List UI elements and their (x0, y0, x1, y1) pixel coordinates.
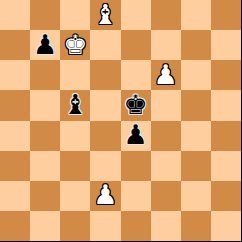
square-h6[interactable] (211, 60, 241, 90)
square-f8[interactable] (151, 0, 181, 30)
chess-diagram: ♝♟♚♟♝♚♟♟ (0, 0, 242, 242)
square-c8[interactable] (60, 0, 90, 30)
square-c4[interactable] (60, 121, 90, 151)
square-d1[interactable] (90, 211, 120, 241)
square-d7[interactable] (90, 30, 120, 60)
square-e5[interactable]: ♚ (121, 90, 151, 120)
square-e4[interactable]: ♟ (121, 121, 151, 151)
square-d8[interactable]: ♝ (90, 0, 120, 30)
square-d2[interactable]: ♟ (90, 181, 120, 211)
square-g1[interactable] (181, 211, 211, 241)
square-f5[interactable] (151, 90, 181, 120)
square-g5[interactable] (181, 90, 211, 120)
square-f1[interactable] (151, 211, 181, 241)
square-d3[interactable] (90, 151, 120, 181)
square-h5[interactable] (211, 90, 241, 120)
chess-board: ♝♟♚♟♝♚♟♟ (0, 0, 242, 242)
square-g2[interactable] (181, 181, 211, 211)
square-b6[interactable] (30, 60, 60, 90)
white-king[interactable]: ♚ (63, 31, 87, 58)
square-c6[interactable] (60, 60, 90, 90)
square-e2[interactable] (121, 181, 151, 211)
square-h2[interactable] (211, 181, 241, 211)
square-b5[interactable] (30, 90, 60, 120)
square-f3[interactable] (151, 151, 181, 181)
square-b1[interactable] (30, 211, 60, 241)
square-a8[interactable] (0, 0, 30, 30)
square-d6[interactable] (90, 60, 120, 90)
square-h1[interactable] (211, 211, 241, 241)
square-a4[interactable] (0, 121, 30, 151)
square-a7[interactable] (0, 30, 30, 60)
square-g4[interactable] (181, 121, 211, 151)
square-g7[interactable] (181, 30, 211, 60)
square-b8[interactable] (30, 0, 60, 30)
square-e8[interactable] (121, 0, 151, 30)
square-h4[interactable] (211, 121, 241, 151)
square-b4[interactable] (30, 121, 60, 151)
square-b3[interactable] (30, 151, 60, 181)
square-d5[interactable] (90, 90, 120, 120)
square-c5[interactable]: ♝ (60, 90, 90, 120)
white-pawn[interactable]: ♟ (154, 61, 178, 88)
square-a3[interactable] (0, 151, 30, 181)
square-f2[interactable] (151, 181, 181, 211)
square-h8[interactable] (211, 0, 241, 30)
square-g8[interactable] (181, 0, 211, 30)
square-a1[interactable] (0, 211, 30, 241)
square-a2[interactable] (0, 181, 30, 211)
square-h7[interactable] (211, 30, 241, 60)
black-bishop[interactable]: ♝ (63, 91, 87, 118)
white-pawn[interactable]: ♟ (93, 181, 117, 208)
square-b2[interactable] (30, 181, 60, 211)
square-f4[interactable] (151, 121, 181, 151)
square-e6[interactable] (121, 60, 151, 90)
black-pawn[interactable]: ♟ (123, 121, 147, 148)
black-king[interactable]: ♚ (123, 91, 147, 118)
square-g3[interactable] (181, 151, 211, 181)
square-c1[interactable] (60, 211, 90, 241)
square-f6[interactable]: ♟ (151, 60, 181, 90)
square-c3[interactable] (60, 151, 90, 181)
square-e7[interactable] (121, 30, 151, 60)
square-c2[interactable] (60, 181, 90, 211)
square-c7[interactable]: ♚ (60, 30, 90, 60)
square-d4[interactable] (90, 121, 120, 151)
square-h3[interactable] (211, 151, 241, 181)
black-pawn[interactable]: ♟ (33, 31, 57, 58)
square-e3[interactable] (121, 151, 151, 181)
square-f7[interactable] (151, 30, 181, 60)
square-g6[interactable] (181, 60, 211, 90)
square-a5[interactable] (0, 90, 30, 120)
square-a6[interactable] (0, 60, 30, 90)
square-e1[interactable] (121, 211, 151, 241)
white-bishop[interactable]: ♝ (93, 1, 117, 28)
square-b7[interactable]: ♟ (30, 30, 60, 60)
